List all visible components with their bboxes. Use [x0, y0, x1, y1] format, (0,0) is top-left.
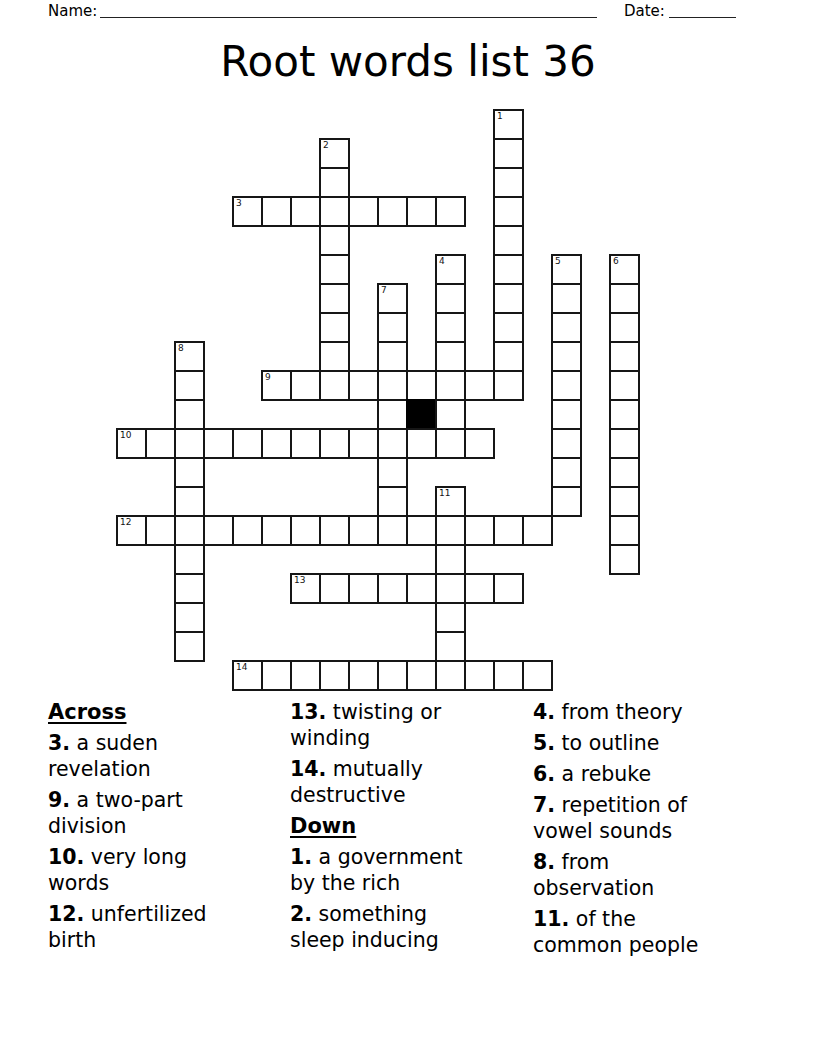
- grid-cell[interactable]: [232, 515, 263, 546]
- grid-cell[interactable]: [377, 428, 408, 459]
- grid-cell[interactable]: [261, 515, 292, 546]
- clue-number: 3.: [48, 731, 70, 755]
- clue-item-7: 7. repetition ofvowel sounds: [533, 792, 778, 844]
- grid-cell[interactable]: [493, 138, 524, 169]
- grid-cell[interactable]: [348, 660, 379, 691]
- grid-cell[interactable]: [348, 428, 379, 459]
- grid-cell[interactable]: [551, 428, 582, 459]
- clue-number: 4.: [533, 700, 555, 724]
- grid-cell[interactable]: [435, 283, 466, 314]
- grid-cell[interactable]: [319, 660, 350, 691]
- cell-number: 1: [497, 111, 503, 121]
- grid-cell[interactable]: [377, 660, 408, 691]
- clue-item-4: 4. from theory: [533, 699, 778, 725]
- grid-cell[interactable]: [348, 370, 379, 401]
- cell-number: 5: [555, 256, 561, 266]
- grid-cell[interactable]: [348, 515, 379, 546]
- clue-number: 5.: [533, 731, 555, 755]
- grid-cell[interactable]: [551, 457, 582, 488]
- grid-cell[interactable]: [319, 225, 350, 256]
- grid-cell[interactable]: [609, 399, 640, 430]
- grid-cell[interactable]: [522, 515, 553, 546]
- grid-cell[interactable]: 14: [232, 660, 263, 691]
- grid-cell[interactable]: [609, 428, 640, 459]
- grid-cell[interactable]: [319, 370, 350, 401]
- cell-number: 9: [265, 372, 271, 382]
- grid-cell[interactable]: 9: [261, 370, 292, 401]
- clue-item-9: 9. a two-partdivision: [48, 787, 280, 839]
- grid-cell[interactable]: [290, 660, 321, 691]
- cell-number: 13: [294, 575, 305, 585]
- grid-cell[interactable]: [232, 428, 263, 459]
- grid-cell[interactable]: [406, 196, 437, 227]
- cell-number: 8: [178, 343, 184, 353]
- grid-cell[interactable]: [551, 399, 582, 430]
- cell-number: 2: [323, 140, 329, 150]
- grid-cell[interactable]: [493, 196, 524, 227]
- grid-cell[interactable]: [319, 254, 350, 285]
- grid-cell[interactable]: [493, 254, 524, 285]
- grid-cell[interactable]: [609, 515, 640, 546]
- grid-cell[interactable]: [493, 225, 524, 256]
- grid-cell[interactable]: [319, 196, 350, 227]
- clue-column-left: Across3. a sudenrevelation9. a two-partd…: [48, 699, 280, 958]
- grid-cell[interactable]: 10: [116, 428, 147, 459]
- cell-number: 3: [236, 198, 242, 208]
- grid-cell[interactable]: 6: [609, 254, 640, 285]
- clue-column-middle: 13. twisting orwinding14. mutuallydestru…: [290, 699, 530, 958]
- grid-cell[interactable]: [406, 573, 437, 604]
- clue-number: 9.: [48, 788, 70, 812]
- clue-number: 1.: [290, 845, 312, 869]
- grid-cell[interactable]: [609, 312, 640, 343]
- grid-cell[interactable]: 5: [551, 254, 582, 285]
- clue-number: 8.: [533, 850, 555, 874]
- date-label: Date:: [624, 2, 665, 20]
- grid-cell[interactable]: [522, 660, 553, 691]
- grid-cell[interactable]: [174, 486, 205, 517]
- grid-cell[interactable]: [406, 428, 437, 459]
- grid-cell[interactable]: [435, 399, 466, 430]
- grid-cell[interactable]: [406, 660, 437, 691]
- crossword-grid: 1234567891011121314: [117, 110, 641, 692]
- grid-cell[interactable]: [261, 660, 292, 691]
- grid-cell[interactable]: [348, 196, 379, 227]
- clue-item-1: 1. a governmentby the rich: [290, 844, 530, 896]
- clue-number: 13.: [290, 700, 326, 724]
- grid-cell[interactable]: [319, 341, 350, 372]
- grid-cell[interactable]: [377, 457, 408, 488]
- clue-item-6: 6. a rebuke: [533, 761, 778, 787]
- grid-cell[interactable]: [435, 631, 466, 662]
- grid-cell[interactable]: [435, 312, 466, 343]
- grid-cell[interactable]: [493, 573, 524, 604]
- clue-number: 11.: [533, 907, 569, 931]
- cell-number: 11: [439, 488, 450, 498]
- clue-number: 7.: [533, 793, 555, 817]
- grid-cell[interactable]: [319, 428, 350, 459]
- grid-cell[interactable]: [435, 660, 466, 691]
- grid-cell[interactable]: [493, 341, 524, 372]
- grid-cell[interactable]: [377, 370, 408, 401]
- grid-cell[interactable]: [290, 370, 321, 401]
- grid-cell[interactable]: [348, 573, 379, 604]
- clue-number: 6.: [533, 762, 555, 786]
- clue-item-5: 5. to outline: [533, 730, 778, 756]
- grid-cell[interactable]: [174, 399, 205, 430]
- grid-cell[interactable]: [493, 283, 524, 314]
- grid-cell[interactable]: [145, 428, 176, 459]
- grid-cell[interactable]: [551, 341, 582, 372]
- cell-number: 6: [613, 256, 619, 266]
- grid-cell[interactable]: [406, 515, 437, 546]
- cell-number: 10: [120, 430, 131, 440]
- grid-cell[interactable]: [551, 486, 582, 517]
- clue-item-8: 8. fromobservation: [533, 849, 778, 901]
- clue-column-right: 4. from theory5. to outline6. a rebuke7.…: [533, 699, 778, 963]
- clue-item-12: 12. unfertilizedbirth: [48, 901, 280, 953]
- grid-cell[interactable]: 8: [174, 341, 205, 372]
- grid-cell[interactable]: [435, 196, 466, 227]
- name-field-line[interactable]: [100, 0, 597, 18]
- grid-cell[interactable]: [377, 486, 408, 517]
- grid-cell[interactable]: 12: [116, 515, 147, 546]
- grid-cell[interactable]: [493, 167, 524, 198]
- grid-cell[interactable]: [435, 370, 466, 401]
- grid-cell[interactable]: [464, 573, 495, 604]
- grid-cell[interactable]: [406, 370, 437, 401]
- across-heading: Across: [48, 699, 280, 725]
- grid-cell[interactable]: [319, 312, 350, 343]
- clue-number: 10.: [48, 845, 84, 869]
- clue-item-14: 14. mutuallydestructive: [290, 756, 530, 808]
- page-title: Root words list 36: [0, 38, 816, 86]
- grid-cell[interactable]: [203, 428, 234, 459]
- grid-cell[interactable]: [261, 428, 292, 459]
- grid-cell[interactable]: [435, 428, 466, 459]
- grid-cell[interactable]: 11: [435, 486, 466, 517]
- grid-cell[interactable]: [174, 602, 205, 633]
- clue-item-10: 10. very longwords: [48, 844, 280, 896]
- grid-cell[interactable]: [609, 341, 640, 372]
- grid-cell[interactable]: [464, 660, 495, 691]
- name-label: Name:: [48, 2, 97, 20]
- grid-cell[interactable]: [377, 196, 408, 227]
- grid-cell[interactable]: [377, 399, 408, 430]
- grid-cell[interactable]: [319, 573, 350, 604]
- grid-cell[interactable]: [464, 515, 495, 546]
- grid-cell[interactable]: [435, 573, 466, 604]
- cell-number: 4: [439, 256, 445, 266]
- clue-number: 12.: [48, 902, 84, 926]
- grid-cell[interactable]: 13: [290, 573, 321, 604]
- clue-item-2: 2. somethingsleep inducing: [290, 901, 530, 953]
- cell-number: 7: [381, 285, 387, 295]
- grid-cell[interactable]: [377, 341, 408, 372]
- clue-item-3: 3. a sudenrevelation: [48, 730, 280, 782]
- grid-cell[interactable]: [174, 573, 205, 604]
- grid-cell[interactable]: [319, 167, 350, 198]
- grid-cell[interactable]: [174, 457, 205, 488]
- grid-cell[interactable]: [377, 515, 408, 546]
- date-field-line[interactable]: [669, 0, 736, 18]
- grid-cell[interactable]: [464, 370, 495, 401]
- grid-cell[interactable]: [174, 631, 205, 662]
- grid-cell[interactable]: [174, 370, 205, 401]
- cell-number: 12: [120, 517, 131, 527]
- grid-cell[interactable]: [145, 515, 176, 546]
- grid-cell[interactable]: [609, 544, 640, 575]
- grid-cell[interactable]: [493, 660, 524, 691]
- clue-number: 14.: [290, 757, 326, 781]
- grid-cell[interactable]: [319, 283, 350, 314]
- grid-cell[interactable]: [174, 428, 205, 459]
- grid-cell[interactable]: [319, 515, 350, 546]
- grid-cell[interactable]: 4: [435, 254, 466, 285]
- cell-number: 14: [236, 662, 247, 672]
- clue-item-11: 11. of thecommon people: [533, 906, 778, 958]
- grid-cell[interactable]: [551, 370, 582, 401]
- grid-cell[interactable]: [174, 544, 205, 575]
- grid-cell[interactable]: [435, 544, 466, 575]
- grid-cell[interactable]: 1: [493, 109, 524, 140]
- grid-cell[interactable]: [493, 515, 524, 546]
- grid-cell[interactable]: [609, 457, 640, 488]
- grid-cell[interactable]: [203, 515, 234, 546]
- grid-cell[interactable]: [609, 370, 640, 401]
- black-cell: [406, 399, 437, 430]
- grid-cell[interactable]: 3: [232, 196, 263, 227]
- clue-number: 2.: [290, 902, 312, 926]
- grid-cell[interactable]: 7: [377, 283, 408, 314]
- grid-cell[interactable]: [290, 515, 321, 546]
- grid-cell[interactable]: [377, 573, 408, 604]
- grid-cell[interactable]: [493, 370, 524, 401]
- grid-cell[interactable]: [290, 428, 321, 459]
- grid-cell[interactable]: [261, 196, 292, 227]
- grid-cell[interactable]: 2: [319, 138, 350, 169]
- grid-cell[interactable]: [464, 428, 495, 459]
- grid-cell[interactable]: [174, 515, 205, 546]
- grid-cell[interactable]: [551, 283, 582, 314]
- grid-cell[interactable]: [290, 196, 321, 227]
- grid-cell[interactable]: [551, 312, 582, 343]
- grid-cell[interactable]: [609, 486, 640, 517]
- clue-item-13: 13. twisting orwinding: [290, 699, 530, 751]
- grid-cell[interactable]: [377, 312, 408, 343]
- grid-cell[interactable]: [609, 283, 640, 314]
- grid-cell[interactable]: [435, 341, 466, 372]
- grid-cell[interactable]: [435, 602, 466, 633]
- grid-cell[interactable]: [435, 515, 466, 546]
- grid-cell[interactable]: [493, 312, 524, 343]
- down-heading: Down: [290, 813, 530, 839]
